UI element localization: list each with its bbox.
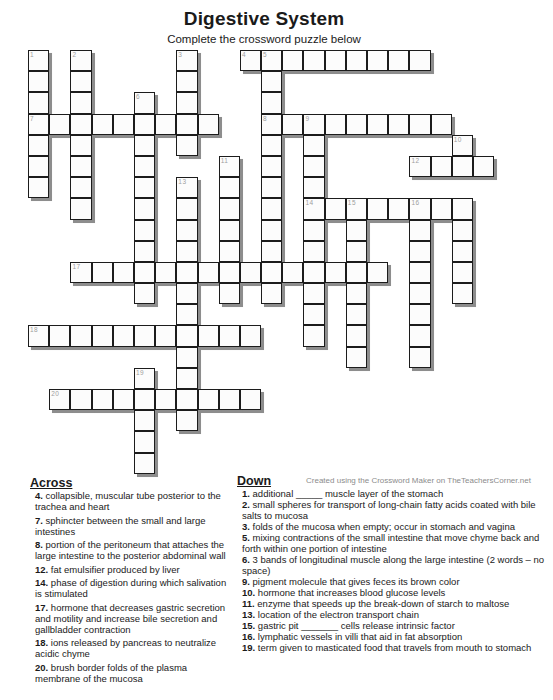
page-header: Digestive System Complete the crossword … xyxy=(0,8,528,45)
grid-cell[interactable] xyxy=(346,50,367,71)
grid-cell[interactable] xyxy=(28,156,49,177)
grid-cell[interactable] xyxy=(261,92,282,113)
attribution: Created using the Crossword Maker on The… xyxy=(306,476,531,485)
grid-cell[interactable] xyxy=(303,177,324,198)
crossword-grid: 1234567891011121314151617181920 xyxy=(28,50,494,474)
clue-number: 5 xyxy=(263,51,267,58)
clue-down-11: 11. enzyme that speeds up the break-down… xyxy=(242,598,552,609)
grid-cell[interactable] xyxy=(49,114,70,135)
grid-cell[interactable] xyxy=(261,71,282,92)
grid-cell[interactable] xyxy=(325,114,346,135)
clue-number: 18 xyxy=(30,326,38,333)
clue-number: 11 xyxy=(221,157,229,164)
grid-cell[interactable] xyxy=(176,135,197,156)
grid-cell[interactable] xyxy=(367,262,388,283)
clue-across-12: 12. fat emulsifier produced by liver xyxy=(35,564,235,575)
grid-cell[interactable] xyxy=(219,198,240,219)
page-subtitle: Complete the crossword puzzle below xyxy=(0,33,528,45)
clue-across-7: 7. sphincter between the small and large… xyxy=(35,515,235,537)
grid-cell[interactable] xyxy=(367,198,388,219)
grid-cell[interactable]: 15 xyxy=(346,198,367,219)
grid-cell[interactable] xyxy=(49,325,70,346)
grid-cell[interactable]: 13 xyxy=(176,177,197,198)
grid-cell[interactable] xyxy=(70,198,91,219)
grid-cell[interactable] xyxy=(176,347,197,368)
grid-cell[interactable]: 11 xyxy=(219,156,240,177)
grid-cell[interactable] xyxy=(70,177,91,198)
grid-cell[interactable] xyxy=(176,389,197,410)
grid-cell[interactable] xyxy=(70,114,91,135)
grid-cell[interactable] xyxy=(282,114,303,135)
grid-cell[interactable] xyxy=(176,283,197,304)
clue-number: 19 xyxy=(136,369,144,376)
grid-cell[interactable]: 7 xyxy=(28,114,49,135)
grid-cell[interactable] xyxy=(134,262,155,283)
grid-cell[interactable]: 1 xyxy=(28,50,49,71)
grid-cell[interactable] xyxy=(28,177,49,198)
grid-cell[interactable] xyxy=(367,50,388,71)
across-clue-list: 4. collapsible, muscular tube posterior … xyxy=(35,490,235,686)
grid-cell[interactable] xyxy=(176,198,197,219)
grid-cell[interactable] xyxy=(346,114,367,135)
grid-cell[interactable] xyxy=(155,262,176,283)
clue-number: 1 xyxy=(30,51,34,58)
grid-cell[interactable] xyxy=(70,92,91,113)
clue-number: 2 xyxy=(72,51,76,58)
grid-cell[interactable] xyxy=(134,431,155,452)
grid-cell[interactable] xyxy=(388,50,409,71)
grid-cell[interactable] xyxy=(388,114,409,135)
grid-cell[interactable]: 8 xyxy=(261,114,282,135)
grid-cell[interactable]: 6 xyxy=(134,92,155,113)
grid-cell[interactable] xyxy=(176,325,197,346)
grid-cell[interactable] xyxy=(92,262,113,283)
clue-down-19: 19. term given to masticated food that t… xyxy=(242,642,552,653)
grid-cell[interactable] xyxy=(134,220,155,241)
grid-cell[interactable]: 9 xyxy=(303,114,324,135)
grid-cell[interactable] xyxy=(92,114,113,135)
grid-cell[interactable] xyxy=(325,198,346,219)
grid-cell[interactable] xyxy=(70,325,91,346)
grid-cell[interactable] xyxy=(261,262,282,283)
grid-cell[interactable] xyxy=(176,220,197,241)
grid-cell[interactable] xyxy=(409,347,430,368)
grid-cell[interactable] xyxy=(113,262,134,283)
grid-cell[interactable] xyxy=(134,114,155,135)
grid-cell[interactable] xyxy=(261,241,282,262)
grid-cell[interactable] xyxy=(409,325,430,346)
down-heading: Down xyxy=(237,474,271,488)
grid-cell[interactable] xyxy=(176,92,197,113)
grid-cell[interactable] xyxy=(176,241,197,262)
grid-cell[interactable] xyxy=(176,368,197,389)
grid-cell[interactable] xyxy=(282,50,303,71)
grid-cell[interactable] xyxy=(431,198,452,219)
clue-number: 4 xyxy=(242,51,246,58)
clue-number: 6 xyxy=(136,93,140,100)
grid-cell[interactable] xyxy=(219,283,240,304)
grid-cell[interactable] xyxy=(219,220,240,241)
clue-number: 8 xyxy=(263,115,267,122)
grid-cell[interactable]: 2 xyxy=(70,50,91,71)
across-heading: Across xyxy=(30,476,72,490)
grid-cell[interactable] xyxy=(409,283,430,304)
grid-cell[interactable] xyxy=(176,410,197,431)
grid-cell[interactable] xyxy=(198,114,219,135)
grid-cell[interactable] xyxy=(219,262,240,283)
grid-cell[interactable] xyxy=(155,325,176,346)
clue-down-13: 13. location of the electron transport c… xyxy=(242,609,552,620)
grid-cell[interactable] xyxy=(134,389,155,410)
grid-cell[interactable] xyxy=(134,325,155,346)
grid-cell[interactable]: 20 xyxy=(49,389,70,410)
grid-cell[interactable] xyxy=(303,135,324,156)
clue-number: 15 xyxy=(348,199,356,206)
grid-cell[interactable] xyxy=(28,135,49,156)
grid-cell[interactable] xyxy=(303,50,324,71)
clue-down-10: 10. hormone that increases blood glucose… xyxy=(242,587,552,598)
grid-cell[interactable] xyxy=(346,220,367,241)
clue-down-9: 9. pigment molecule that gives feces its… xyxy=(242,576,552,587)
grid-cell[interactable] xyxy=(176,304,197,325)
grid-cell[interactable] xyxy=(261,283,282,304)
grid-cell[interactable] xyxy=(240,389,261,410)
clue-down-6: 6. 3 bands of longitudinal muscle along … xyxy=(242,554,552,576)
grid-cell[interactable] xyxy=(198,262,219,283)
clue-down-5: 5. mixing contractions of the small inte… xyxy=(242,532,552,554)
grid-cell[interactable]: 5 xyxy=(261,50,282,71)
grid-cell[interactable] xyxy=(70,156,91,177)
grid-cell[interactable] xyxy=(176,114,197,135)
grid-cell[interactable] xyxy=(388,198,409,219)
grid-cell[interactable] xyxy=(303,283,324,304)
grid-cell[interactable] xyxy=(409,50,430,71)
clue-down-2: 2. small spheres for transport of long-c… xyxy=(242,499,552,521)
grid-cell[interactable] xyxy=(261,198,282,219)
grid-cell[interactable] xyxy=(346,241,367,262)
clue-down-16: 16. lymphatic vessels in villi that aid … xyxy=(242,631,552,642)
grid-cell[interactable] xyxy=(176,262,197,283)
grid-cell[interactable] xyxy=(303,220,324,241)
grid-cell[interactable] xyxy=(261,220,282,241)
grid-cell[interactable] xyxy=(346,325,367,346)
grid-cell[interactable] xyxy=(219,325,240,346)
grid-cell[interactable] xyxy=(219,389,240,410)
clue-number: 10 xyxy=(454,136,462,143)
clue-number: 17 xyxy=(72,263,80,270)
clue-down-1: 1. additional _____ muscle layer of the … xyxy=(242,488,552,499)
grid-cell[interactable] xyxy=(155,389,176,410)
grid-cell[interactable] xyxy=(134,410,155,431)
grid-cell[interactable] xyxy=(134,135,155,156)
grid-cell[interactable]: 17 xyxy=(70,262,91,283)
grid-cell[interactable] xyxy=(219,177,240,198)
grid-cell[interactable] xyxy=(303,325,324,346)
clue-number: 13 xyxy=(178,178,186,185)
grid-cell[interactable] xyxy=(219,241,240,262)
grid-cell[interactable] xyxy=(28,92,49,113)
grid-cell[interactable] xyxy=(113,114,134,135)
grid-cell[interactable] xyxy=(409,304,430,325)
grid-cell[interactable] xyxy=(303,304,324,325)
grid-cell[interactable]: 4 xyxy=(240,50,261,71)
grid-cell[interactable] xyxy=(113,389,134,410)
clue-number: 14 xyxy=(305,199,313,206)
grid-cell[interactable]: 3 xyxy=(176,50,197,71)
grid-cell[interactable] xyxy=(134,241,155,262)
clue-across-14: 14. phase of digestion during which sali… xyxy=(35,577,235,599)
clue-across-20: 20. brush border folds of the plasma mem… xyxy=(35,662,235,684)
grid-cell[interactable] xyxy=(28,71,49,92)
grid-cell[interactable] xyxy=(198,325,219,346)
grid-cell[interactable] xyxy=(303,156,324,177)
grid-cell[interactable] xyxy=(134,198,155,219)
grid-cell[interactable] xyxy=(452,198,473,219)
grid-cell[interactable] xyxy=(134,453,155,474)
grid-cell[interactable] xyxy=(113,325,134,346)
grid-cell[interactable]: 10 xyxy=(452,135,473,156)
clue-across-4: 4. collapsible, muscular tube posterior … xyxy=(35,490,235,512)
grid-cell[interactable] xyxy=(134,177,155,198)
clue-down-15: 15. gastric pit _______ cells release in… xyxy=(242,620,552,631)
grid-cell[interactable] xyxy=(409,114,430,135)
clue-number: 7 xyxy=(30,115,34,122)
grid-cell[interactable] xyxy=(431,114,452,135)
grid-cell[interactable] xyxy=(70,135,91,156)
grid-cell[interactable] xyxy=(134,283,155,304)
clue-number: 12 xyxy=(411,157,419,164)
grid-cell[interactable] xyxy=(282,262,303,283)
grid-cell[interactable] xyxy=(452,156,473,177)
clue-number: 9 xyxy=(305,115,309,122)
grid-cell[interactable] xyxy=(155,114,176,135)
grid-cell[interactable] xyxy=(346,347,367,368)
grid-cell[interactable] xyxy=(346,283,367,304)
grid-cell[interactable] xyxy=(367,114,388,135)
clue-across-17: 17. hormone that decreases gastric secre… xyxy=(35,602,235,635)
grid-cell[interactable] xyxy=(409,262,430,283)
grid-cell[interactable]: 12 xyxy=(409,156,430,177)
grid-cell[interactable] xyxy=(303,262,324,283)
clue-number: 3 xyxy=(178,51,182,58)
down-clue-list: 1. additional _____ muscle layer of the … xyxy=(242,488,552,653)
grid-cell[interactable] xyxy=(431,156,452,177)
grid-cell[interactable]: 18 xyxy=(28,325,49,346)
grid-cell[interactable] xyxy=(325,262,346,283)
grid-cell[interactable] xyxy=(70,389,91,410)
grid-cell[interactable] xyxy=(240,262,261,283)
grid-cell[interactable] xyxy=(261,156,282,177)
clue-number: 20 xyxy=(51,390,59,397)
clue-down-3: 3. folds of the mucosa when empty; occur… xyxy=(242,521,552,532)
page-title: Digestive System xyxy=(0,8,528,30)
grid-cell[interactable] xyxy=(261,177,282,198)
grid-cell[interactable]: 14 xyxy=(303,198,324,219)
grid-cell[interactable] xyxy=(303,241,324,262)
grid-cell[interactable] xyxy=(452,283,473,304)
grid-cell[interactable] xyxy=(134,156,155,177)
grid-cell[interactable] xyxy=(452,220,473,241)
grid-cell[interactable] xyxy=(473,156,494,177)
grid-cell[interactable] xyxy=(452,262,473,283)
grid-cell[interactable] xyxy=(346,304,367,325)
grid-cell[interactable] xyxy=(176,71,197,92)
grid-cell[interactable] xyxy=(409,220,430,241)
grid-cell[interactable]: 16 xyxy=(409,198,430,219)
grid-cell[interactable] xyxy=(92,325,113,346)
grid-cell[interactable] xyxy=(325,50,346,71)
clue-across-8: 8. portion of the peritoneum that attach… xyxy=(35,539,235,561)
grid-cell[interactable] xyxy=(409,241,430,262)
grid-cell[interactable] xyxy=(92,389,113,410)
grid-cell[interactable] xyxy=(240,325,261,346)
grid-cell[interactable] xyxy=(261,135,282,156)
grid-cell[interactable] xyxy=(70,71,91,92)
grid-cell[interactable] xyxy=(198,389,219,410)
grid-cell[interactable]: 19 xyxy=(134,368,155,389)
clue-number: 16 xyxy=(411,199,419,206)
grid-cell[interactable] xyxy=(452,241,473,262)
clue-across-18: 18. ions released by pancreas to neutral… xyxy=(35,637,235,659)
grid-cell[interactable] xyxy=(346,262,367,283)
